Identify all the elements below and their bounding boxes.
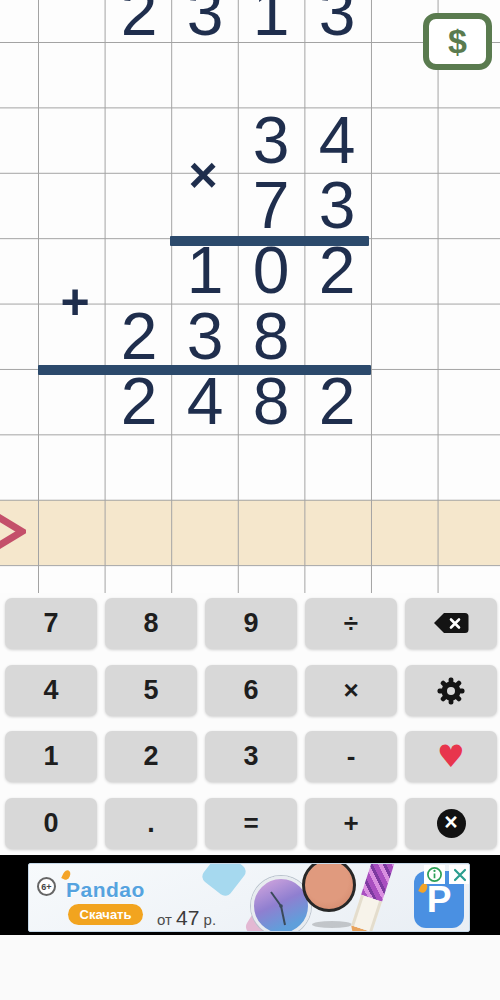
- age-rating-badge: 6+: [37, 877, 56, 896]
- key-label: 9: [243, 608, 258, 639]
- key-7[interactable]: 7: [5, 598, 97, 649]
- download-button[interactable]: Скачать: [68, 904, 143, 925]
- blush-compact-image: [302, 863, 356, 912]
- logo-letter: P: [427, 879, 452, 921]
- key-label: +: [343, 808, 358, 839]
- key-minus[interactable]: -: [305, 731, 397, 782]
- worksheet-grid: 2 3 1 3 $ 3 4 × 7 3 1 0 2 + 2 3 8 2 4 8 …: [0, 0, 500, 593]
- key-label: 6: [243, 675, 258, 706]
- price-prefix: от: [157, 911, 172, 928]
- digit-cell: 7: [253, 172, 290, 238]
- key-6[interactable]: 6: [205, 665, 297, 716]
- active-row-chevron-icon: [0, 513, 26, 555]
- money-icon[interactable]: $: [423, 13, 492, 70]
- key-label: 8: [143, 608, 158, 639]
- key-label: 7: [43, 608, 58, 639]
- key-equals[interactable]: =: [205, 798, 297, 849]
- app-screen: 2 3 1 3 $ 3 4 × 7 3 1 0 2 + 2 3 8 2 4 8 …: [0, 0, 500, 1000]
- key-favorite[interactable]: ♥: [405, 731, 497, 782]
- key-label: -: [347, 741, 356, 772]
- digit-cell: 1: [187, 237, 224, 303]
- key-label: ×: [343, 675, 358, 706]
- multiply-sign: ×: [188, 150, 217, 200]
- key-label: 1: [43, 741, 58, 772]
- digit-cell: 4: [319, 107, 356, 173]
- ad-container: 6+ Pandao Скачать от 47 р.: [0, 855, 500, 935]
- key-multiply[interactable]: ×: [305, 665, 397, 716]
- plus-sign: +: [60, 277, 89, 327]
- circle-x-icon: ×: [437, 809, 466, 838]
- key-0[interactable]: 0: [5, 798, 97, 849]
- key-label: 4: [43, 675, 58, 706]
- download-label: Скачать: [80, 907, 132, 922]
- key-label: 0: [43, 808, 58, 839]
- digit-cell: 3: [187, 303, 224, 369]
- blush-shadow: [312, 921, 352, 928]
- digit-cell: 3: [319, 0, 356, 45]
- digit-cell: 3: [319, 172, 356, 238]
- digit-cell: 3: [187, 0, 224, 45]
- key-label: .: [147, 808, 155, 839]
- digit-cell: 2: [319, 368, 356, 434]
- ad-close-icon[interactable]: [449, 865, 470, 884]
- brand-logo-text: Pandao: [66, 878, 145, 902]
- price-text: от 47 р.: [157, 906, 216, 930]
- gear-icon: [435, 675, 467, 707]
- digit-cell: 4: [187, 368, 224, 434]
- digit-cell: 2: [121, 303, 158, 369]
- key-3[interactable]: 3: [205, 731, 297, 782]
- key-label: 5: [143, 675, 158, 706]
- digit-cell: 2: [319, 237, 356, 303]
- dollar-glyph: $: [448, 22, 467, 61]
- price-suffix: р.: [204, 911, 217, 928]
- key-8[interactable]: 8: [105, 598, 197, 649]
- price-value: 47: [176, 906, 199, 929]
- key-backspace[interactable]: [405, 598, 497, 649]
- key-5[interactable]: 5: [105, 665, 197, 716]
- x-glyph: ×: [444, 809, 457, 835]
- backspace-icon: [430, 610, 472, 638]
- keypad: 7 8 9 ÷ 4 5 6 ×: [0, 593, 500, 855]
- digit-cell: 1: [253, 0, 290, 45]
- key-dismiss[interactable]: ×: [405, 798, 497, 849]
- key-divide[interactable]: ÷: [305, 598, 397, 649]
- key-label: ÷: [344, 608, 358, 639]
- digit-cell: 2: [121, 0, 158, 45]
- key-decimal[interactable]: .: [105, 798, 197, 849]
- key-label: =: [243, 808, 258, 839]
- key-label: 2: [143, 741, 158, 772]
- adchoices-icon[interactable]: [424, 865, 445, 884]
- digit-cell: 8: [253, 368, 290, 434]
- key-label: 3: [243, 741, 258, 772]
- digit-cell: 0: [253, 237, 290, 303]
- key-9[interactable]: 9: [205, 598, 297, 649]
- key-4[interactable]: 4: [5, 665, 97, 716]
- ad-banner[interactable]: 6+ Pandao Скачать от 47 р.: [28, 863, 470, 932]
- digit-cell: 8: [253, 303, 290, 369]
- key-plus[interactable]: +: [305, 798, 397, 849]
- age-rating-text: 6+: [41, 882, 51, 892]
- key-settings[interactable]: [405, 665, 497, 716]
- watch-strap-image: [200, 863, 249, 899]
- digit-cell: 3: [253, 107, 290, 173]
- key-2[interactable]: 2: [105, 731, 197, 782]
- key-1[interactable]: 1: [5, 731, 97, 782]
- digit-cell: 2: [121, 368, 158, 434]
- heart-icon: ♥: [437, 741, 465, 772]
- android-nav-bar: [0, 935, 500, 1000]
